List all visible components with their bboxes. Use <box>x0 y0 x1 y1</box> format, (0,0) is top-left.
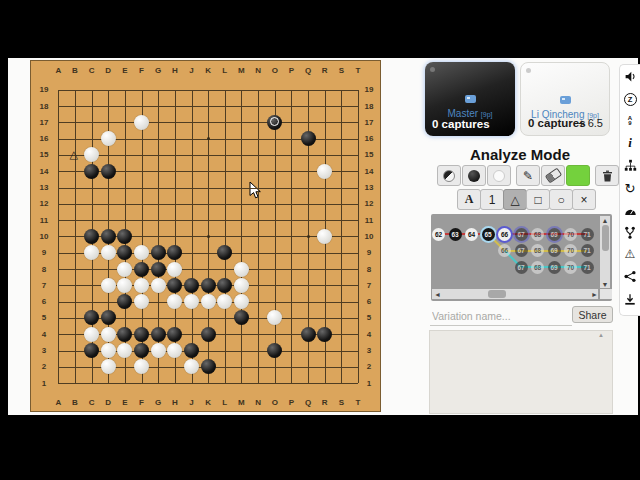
square-tool[interactable]: □ <box>526 189 550 210</box>
movetree-hscrollbar[interactable] <box>432 289 598 299</box>
move-chip[interactable]: 70 <box>564 244 577 257</box>
stone-black <box>101 229 116 244</box>
row-label-left: 5 <box>37 313 51 322</box>
share-button[interactable]: Share <box>572 306 613 323</box>
stone-white <box>151 278 166 293</box>
column-label-top: O <box>268 66 282 75</box>
column-label-bottom: K <box>201 398 215 407</box>
last-move-marker <box>270 117 279 126</box>
stone-black <box>184 343 199 358</box>
stone-white <box>101 278 116 293</box>
alternate-stone-tool[interactable] <box>437 165 461 186</box>
coordinates-icon[interactable]: A9 <box>621 113 639 129</box>
white-stone-tool[interactable] <box>487 165 511 186</box>
stone-white <box>184 294 199 309</box>
black-stone-icon <box>468 170 480 182</box>
eraser-icon <box>544 168 561 184</box>
column-label-top: L <box>218 66 232 75</box>
vscroll-up-icon[interactable]: ▲ <box>602 217 609 224</box>
column-label-bottom: H <box>168 398 182 407</box>
move-chip[interactable]: 67 <box>515 244 528 257</box>
row-label-left: 3 <box>37 346 51 355</box>
move-tree-icon[interactable] <box>621 157 639 173</box>
stone-white <box>117 262 132 277</box>
stone-white <box>101 245 116 260</box>
grid-line-v <box>341 90 342 383</box>
report-icon[interactable]: ⚠ <box>621 246 639 262</box>
move-chip[interactable]: 69 <box>548 244 561 257</box>
vscroll-thumb[interactable] <box>602 225 609 251</box>
move-chip[interactable]: 69 <box>548 228 561 241</box>
move-chip[interactable]: 71 <box>581 228 594 241</box>
stone-black <box>184 278 199 293</box>
column-label-top: K <box>201 66 215 75</box>
pencil-tool[interactable]: ✎ <box>516 165 540 186</box>
row-label-right: 13 <box>362 183 376 192</box>
white-player-card: Li Qincheng [9p] 0 captures + 6.5 <box>520 62 610 136</box>
row-label-left: 9 <box>37 248 51 257</box>
move-tree-panel[interactable]: 6263646566676869707166676869707167686970… <box>431 214 612 301</box>
stone-white <box>101 131 116 146</box>
fork-icon[interactable] <box>621 224 639 240</box>
panel-scroll-arrow-icon: ▲ <box>598 332 604 338</box>
stone-black <box>84 343 99 358</box>
row-label-right: 19 <box>362 85 376 94</box>
stone-white <box>134 115 149 130</box>
move-chip[interactable]: 69 <box>548 261 561 274</box>
row-label-left: 2 <box>37 362 51 371</box>
stone-white <box>84 327 99 342</box>
circle-tool[interactable]: ○ <box>549 189 573 210</box>
column-label-bottom: T <box>351 398 365 407</box>
column-label-top: S <box>334 66 348 75</box>
column-label-bottom: C <box>85 398 99 407</box>
row-label-left: 6 <box>37 297 51 306</box>
stone-white <box>234 294 249 309</box>
move-chip[interactable]: 66 <box>498 228 511 241</box>
screen: Master [9p] 0 captures Li Qincheng [9p] … <box>0 0 640 480</box>
row-label-right: 15 <box>362 150 376 159</box>
label-a-tool[interactable]: A <box>457 189 481 210</box>
grid-line-v <box>291 90 292 383</box>
grid-line-h <box>58 383 358 384</box>
alternate-stone-icon <box>443 170 455 182</box>
row-label-left: 7 <box>37 281 51 290</box>
color-swatch-tool[interactable] <box>566 165 590 186</box>
volume-icon[interactable] <box>621 68 639 84</box>
row-label-left: 1 <box>37 379 51 388</box>
komi-value: + 6.5 <box>578 117 603 129</box>
row-label-right: 5 <box>362 313 376 322</box>
stone-white <box>234 262 249 277</box>
move-chip[interactable]: 70 <box>564 228 577 241</box>
eraser-tool[interactable] <box>541 165 565 186</box>
stone-black <box>84 164 99 179</box>
column-label-bottom: N <box>251 398 265 407</box>
hscroll-left-icon[interactable]: ◄ <box>434 291 441 298</box>
grid-line-h <box>58 269 358 270</box>
stone-white <box>317 229 332 244</box>
column-label-top: M <box>234 66 248 75</box>
stone-black <box>201 327 216 342</box>
column-label-bottom: L <box>218 398 232 407</box>
stone-black <box>151 245 166 260</box>
trash-icon <box>602 170 613 182</box>
column-label-top: B <box>68 66 82 75</box>
column-label-top: R <box>318 66 332 75</box>
move-chip[interactable]: 68 <box>531 228 544 241</box>
row-label-left: 15 <box>37 150 51 159</box>
white-captures: 0 captures <box>528 117 586 129</box>
column-label-bottom: S <box>334 398 348 407</box>
column-label-top: J <box>185 66 199 75</box>
row-label-left: 16 <box>37 134 51 143</box>
black-player-rank: [9p] <box>481 111 493 118</box>
player-menu-dot[interactable] <box>430 67 435 72</box>
download-icon[interactable] <box>621 291 639 307</box>
grid-line-v <box>225 90 226 383</box>
score-estimate-icon[interactable] <box>621 202 639 218</box>
row-label-left: 12 <box>37 199 51 208</box>
move-chip[interactable]: 71 <box>581 244 594 257</box>
column-label-bottom: J <box>185 398 199 407</box>
stone-white <box>101 343 116 358</box>
column-label-bottom: O <box>268 398 282 407</box>
column-label-top: F <box>135 66 149 75</box>
row-label-right: 10 <box>362 232 376 241</box>
column-label-bottom: M <box>234 398 248 407</box>
star-point <box>207 137 210 140</box>
move-chip[interactable]: 63 <box>449 228 462 241</box>
row-label-right: 8 <box>362 265 376 274</box>
number-tool[interactable]: 1 <box>480 189 504 210</box>
stone-black <box>134 343 149 358</box>
stone-white <box>317 164 332 179</box>
stone-black <box>134 262 149 277</box>
black-stone-tool[interactable] <box>462 165 486 186</box>
black-player-card: Master [9p] 0 captures <box>425 62 515 136</box>
row-label-right: 7 <box>362 281 376 290</box>
row-label-right: 6 <box>362 297 376 306</box>
triangle-tool[interactable]: △ <box>503 189 527 210</box>
column-label-bottom: A <box>51 398 65 407</box>
row-label-left: 11 <box>37 216 51 225</box>
row-label-left: 18 <box>37 102 51 111</box>
country-flag-icon <box>465 95 476 103</box>
stone-black <box>134 327 149 342</box>
country-flag-icon <box>560 96 571 104</box>
move-chip[interactable]: 64 <box>465 228 478 241</box>
column-label-top: N <box>251 66 265 75</box>
share-icon[interactable] <box>621 268 639 284</box>
move-chip[interactable]: 67 <box>515 228 528 241</box>
row-label-right: 18 <box>362 102 376 111</box>
zen-mode-icon[interactable]: Z <box>621 91 639 107</box>
row-label-right: 16 <box>362 134 376 143</box>
notes-panel[interactable]: ▲ <box>429 330 613 414</box>
column-label-bottom: G <box>151 398 165 407</box>
stone-white <box>234 278 249 293</box>
column-label-bottom: E <box>118 398 132 407</box>
stone-white <box>101 359 116 374</box>
stone-black <box>151 262 166 277</box>
grid-line-v <box>258 90 259 383</box>
grid-line-v <box>358 90 359 383</box>
vscroll-down-icon[interactable]: ▼ <box>602 281 609 288</box>
white-stone-icon <box>493 170 505 182</box>
move-chip[interactable]: 66 <box>498 244 511 257</box>
move-chip[interactable]: 68 <box>531 261 544 274</box>
stone-black <box>301 327 316 342</box>
column-label-top: Q <box>301 66 315 75</box>
stone-black <box>101 164 116 179</box>
column-label-bottom: F <box>135 398 149 407</box>
column-label-top: T <box>351 66 365 75</box>
mouse-cursor <box>249 181 262 200</box>
stone-white <box>151 343 166 358</box>
star-point <box>307 235 310 238</box>
player-menu-dot[interactable] <box>526 68 531 73</box>
column-label-bottom: B <box>68 398 82 407</box>
star-point <box>207 235 210 238</box>
trash-tool[interactable] <box>595 165 619 186</box>
row-label-right: 2 <box>362 362 376 371</box>
column-label-bottom: D <box>101 398 115 407</box>
refresh-icon[interactable]: ↻ <box>621 180 639 196</box>
move-chip[interactable]: 71 <box>581 261 594 274</box>
move-chip[interactable]: 62 <box>432 228 445 241</box>
row-label-left: 14 <box>37 167 51 176</box>
row-label-left: 17 <box>37 118 51 127</box>
grid-line-v <box>241 90 242 383</box>
row-label-left: 19 <box>37 85 51 94</box>
stone-black <box>301 131 316 146</box>
cross-tool[interactable]: × <box>572 189 596 210</box>
column-label-top: G <box>151 66 165 75</box>
stone-white <box>167 262 182 277</box>
row-label-right: 1 <box>362 379 376 388</box>
row-label-right: 9 <box>362 248 376 257</box>
row-label-left: 13 <box>37 183 51 192</box>
row-label-right: 12 <box>362 199 376 208</box>
stone-black <box>201 278 216 293</box>
move-chip[interactable]: 68 <box>531 244 544 257</box>
hscroll-thumb[interactable] <box>488 290 506 298</box>
analyze-mode-title: Analyze Mode <box>425 146 615 163</box>
pencil-icon: ✎ <box>523 169 533 183</box>
column-label-bottom: P <box>284 398 298 407</box>
row-label-right: 11 <box>362 216 376 225</box>
grid-line-v <box>275 90 276 383</box>
stone-black <box>217 278 232 293</box>
move-chip[interactable]: 70 <box>564 261 577 274</box>
column-label-top: H <box>168 66 182 75</box>
row-label-left: 8 <box>37 265 51 274</box>
stone-black <box>317 327 332 342</box>
row-label-right: 14 <box>362 167 376 176</box>
stone-black <box>84 229 99 244</box>
row-label-right: 3 <box>362 346 376 355</box>
stone-white <box>201 294 216 309</box>
hscroll-right-icon[interactable]: ► <box>591 291 598 298</box>
info-icon[interactable]: i <box>621 135 639 151</box>
stone-black <box>167 327 182 342</box>
stone-black <box>201 359 216 374</box>
stone-black <box>151 327 166 342</box>
row-label-left: 10 <box>37 232 51 241</box>
stone-white <box>101 327 116 342</box>
scroll-corner <box>600 289 612 299</box>
column-label-top: E <box>118 66 132 75</box>
column-label-top: C <box>85 66 99 75</box>
column-label-bottom: Q <box>301 398 315 407</box>
stone-black <box>117 327 132 342</box>
column-label-bottom: R <box>318 398 332 407</box>
triangle-annotation: △ <box>69 149 77 160</box>
column-label-top: P <box>284 66 298 75</box>
move-chip[interactable]: 65 <box>482 228 495 241</box>
column-label-top: D <box>101 66 115 75</box>
row-label-right: 4 <box>362 330 376 339</box>
column-label-top: A <box>51 66 65 75</box>
black-captures: 0 captures <box>432 118 490 130</box>
row-label-right: 17 <box>362 118 376 127</box>
move-chip[interactable]: 67 <box>515 261 528 274</box>
stone-white <box>134 278 149 293</box>
variation-name-input[interactable] <box>430 306 572 326</box>
row-label-left: 4 <box>37 330 51 339</box>
